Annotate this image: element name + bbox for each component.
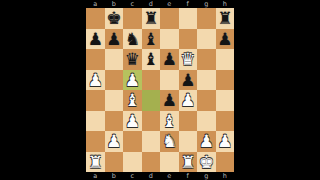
- file-label-a: a: [86, 0, 105, 8]
- square-b2[interactable]: ♟: [105, 131, 124, 152]
- file-label-c: c: [123, 172, 142, 180]
- square-h5[interactable]: [216, 70, 235, 91]
- piece-white-king[interactable]: ♚: [199, 152, 214, 172]
- square-h7[interactable]: ♟: [216, 29, 235, 50]
- piece-white-pawn[interactable]: ♟: [125, 70, 140, 90]
- square-c5[interactable]: ♟: [123, 70, 142, 91]
- piece-black-king[interactable]: ♚: [106, 8, 121, 28]
- square-h3[interactable]: [216, 111, 235, 132]
- square-e6[interactable]: ♟: [160, 49, 179, 70]
- square-a8[interactable]: [86, 8, 105, 29]
- square-b6[interactable]: [105, 49, 124, 70]
- square-a3[interactable]: [86, 111, 105, 132]
- square-d5[interactable]: [142, 70, 161, 91]
- square-d8[interactable]: ♜: [142, 8, 161, 29]
- square-g1[interactable]: ♚: [197, 152, 216, 173]
- file-label-d: d: [142, 0, 161, 8]
- square-d2[interactable]: [142, 131, 161, 152]
- square-c6[interactable]: ♛: [123, 49, 142, 70]
- square-d7[interactable]: ♝: [142, 29, 161, 50]
- square-f3[interactable]: [179, 111, 198, 132]
- square-c1[interactable]: [123, 152, 142, 173]
- piece-white-queen[interactable]: ♛: [180, 49, 195, 69]
- file-label-g: g: [197, 172, 216, 180]
- square-c3[interactable]: ♟: [123, 111, 142, 132]
- square-f4[interactable]: ♟: [179, 90, 198, 111]
- piece-white-pawn[interactable]: ♟: [217, 131, 232, 151]
- square-c7[interactable]: ♞: [123, 29, 142, 50]
- piece-black-rook[interactable]: ♜: [217, 8, 232, 28]
- piece-black-pawn[interactable]: ♟: [162, 90, 177, 110]
- piece-white-pawn[interactable]: ♟: [88, 70, 103, 90]
- chess-board-panel: abcdefgh ♚♜♜♟♟♞♝♟♛♝♟♛♟♟♟♝♟♟♟♝♟♞♟♟♜♜♚ abc…: [86, 0, 234, 180]
- file-label-d: d: [142, 172, 161, 180]
- square-f7[interactable]: [179, 29, 198, 50]
- file-label-a: a: [86, 172, 105, 180]
- square-e5[interactable]: [160, 70, 179, 91]
- file-label-f: f: [179, 0, 198, 8]
- square-e2[interactable]: ♞: [160, 131, 179, 152]
- file-label-b: b: [105, 0, 124, 8]
- square-g8[interactable]: [197, 8, 216, 29]
- square-c8[interactable]: [123, 8, 142, 29]
- square-c2[interactable]: [123, 131, 142, 152]
- square-f5[interactable]: ♟: [179, 70, 198, 91]
- square-a6[interactable]: [86, 49, 105, 70]
- square-h2[interactable]: ♟: [216, 131, 235, 152]
- piece-white-pawn[interactable]: ♟: [106, 131, 121, 151]
- file-label-b: b: [105, 172, 124, 180]
- piece-white-bishop[interactable]: ♝: [125, 90, 140, 110]
- square-e8[interactable]: [160, 8, 179, 29]
- square-a7[interactable]: ♟: [86, 29, 105, 50]
- piece-black-rook[interactable]: ♜: [143, 8, 158, 28]
- piece-black-queen[interactable]: ♛: [125, 49, 140, 69]
- square-b1[interactable]: [105, 152, 124, 173]
- square-d3[interactable]: [142, 111, 161, 132]
- square-f6[interactable]: ♛: [179, 49, 198, 70]
- piece-black-pawn[interactable]: ♟: [106, 29, 121, 49]
- piece-black-bishop[interactable]: ♝: [143, 29, 158, 49]
- piece-black-pawn[interactable]: ♟: [162, 49, 177, 69]
- square-d6[interactable]: ♝: [142, 49, 161, 70]
- square-h1[interactable]: [216, 152, 235, 173]
- piece-white-knight[interactable]: ♞: [162, 131, 177, 151]
- piece-white-bishop[interactable]: ♝: [162, 111, 177, 131]
- square-b5[interactable]: [105, 70, 124, 91]
- piece-white-rook[interactable]: ♜: [88, 152, 103, 172]
- square-f1[interactable]: ♜: [179, 152, 198, 173]
- piece-black-pawn[interactable]: ♟: [180, 70, 195, 90]
- piece-black-pawn[interactable]: ♟: [217, 29, 232, 49]
- square-a4[interactable]: [86, 90, 105, 111]
- square-h8[interactable]: ♜: [216, 8, 235, 29]
- file-labels-top: abcdefgh: [86, 0, 234, 8]
- square-b8[interactable]: ♚: [105, 8, 124, 29]
- square-f2[interactable]: [179, 131, 198, 152]
- square-g3[interactable]: [197, 111, 216, 132]
- square-c4[interactable]: ♝: [123, 90, 142, 111]
- square-d4[interactable]: [142, 90, 161, 111]
- file-label-g: g: [197, 0, 216, 8]
- piece-white-pawn[interactable]: ♟: [199, 131, 214, 151]
- square-g4[interactable]: [197, 90, 216, 111]
- file-label-h: h: [216, 0, 235, 8]
- file-labels-bottom: abcdefgh: [86, 172, 234, 180]
- file-label-h: h: [216, 172, 235, 180]
- square-e3[interactable]: ♝: [160, 111, 179, 132]
- square-g7[interactable]: [197, 29, 216, 50]
- file-label-f: f: [179, 172, 198, 180]
- square-g6[interactable]: [197, 49, 216, 70]
- piece-black-bishop[interactable]: ♝: [143, 49, 158, 69]
- square-h4[interactable]: [216, 90, 235, 111]
- piece-white-pawn[interactable]: ♟: [125, 111, 140, 131]
- square-b3[interactable]: [105, 111, 124, 132]
- square-d1[interactable]: [142, 152, 161, 173]
- square-a2[interactable]: [86, 131, 105, 152]
- piece-white-rook[interactable]: ♜: [180, 152, 195, 172]
- file-label-e: e: [160, 172, 179, 180]
- file-label-c: c: [123, 0, 142, 8]
- piece-white-pawn[interactable]: ♟: [180, 90, 195, 110]
- chess-board[interactable]: ♚♜♜♟♟♞♝♟♛♝♟♛♟♟♟♝♟♟♟♝♟♞♟♟♜♜♚: [86, 8, 234, 172]
- piece-black-pawn[interactable]: ♟: [88, 29, 103, 49]
- square-f8[interactable]: [179, 8, 198, 29]
- square-b7[interactable]: ♟: [105, 29, 124, 50]
- square-e4[interactable]: ♟: [160, 90, 179, 111]
- file-label-e: e: [160, 0, 179, 8]
- square-a1[interactable]: ♜: [86, 152, 105, 173]
- square-a5[interactable]: ♟: [86, 70, 105, 91]
- square-g2[interactable]: ♟: [197, 131, 216, 152]
- square-e1[interactable]: [160, 152, 179, 173]
- square-b4[interactable]: [105, 90, 124, 111]
- square-h6[interactable]: [216, 49, 235, 70]
- square-g5[interactable]: [197, 70, 216, 91]
- piece-black-knight[interactable]: ♞: [125, 29, 140, 49]
- square-e7[interactable]: [160, 29, 179, 50]
